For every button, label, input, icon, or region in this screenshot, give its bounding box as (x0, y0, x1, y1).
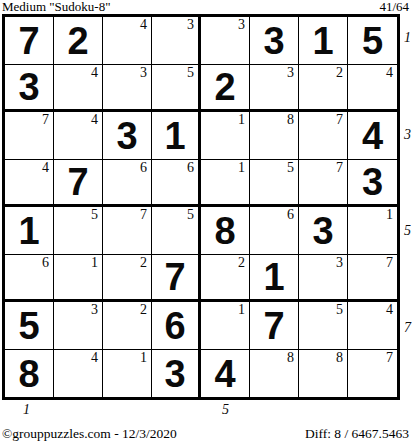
copyright-text: ©grouppuzzles.com - 12/3/2020 (2, 426, 177, 442)
cell-r2c2[interactable]: 4 (54, 65, 103, 113)
given-digit: 8 (201, 207, 249, 254)
pencil-mark: 4 (91, 350, 98, 366)
cell-r2c4[interactable]: 5 (152, 65, 201, 113)
cell-r7c2[interactable]: 3 (54, 302, 103, 350)
cell-r3c3[interactable]: 3 (103, 112, 152, 160)
cell-r3c6[interactable]: 8 (250, 112, 299, 160)
pencil-mark: 5 (91, 207, 98, 223)
cell-r4c3[interactable]: 6 (103, 160, 152, 208)
cell-r5c4[interactable]: 5 (152, 207, 201, 255)
col-label-1: 1 (23, 403, 30, 417)
pencil-mark: 4 (386, 302, 393, 318)
given-digit: 1 (5, 207, 53, 254)
cell-r4c5[interactable]: 1 (201, 160, 250, 208)
cell-r7c1[interactable]: 5 (5, 302, 54, 350)
pencil-mark: 1 (91, 255, 98, 271)
pencil-mark: 1 (386, 207, 393, 223)
cell-r1c3[interactable]: 4 (103, 17, 152, 65)
puzzle-title: Medium "Sudoku-8" (2, 0, 110, 15)
pencil-mark: 7 (140, 207, 147, 223)
given-digit: 3 (299, 207, 347, 254)
cell-r4c7[interactable]: 7 (299, 160, 348, 208)
cell-r2c5[interactable]: 2 (201, 65, 250, 113)
row-label-5: 5 (404, 224, 411, 238)
cell-r5c3[interactable]: 7 (103, 207, 152, 255)
pencil-mark: 7 (336, 112, 343, 128)
cell-r4c1[interactable]: 4 (5, 160, 54, 208)
cell-r8c8[interactable]: 7 (348, 350, 397, 398)
cell-r1c7[interactable]: 1 (299, 17, 348, 65)
pencil-mark: 3 (238, 17, 245, 33)
pencil-mark: 3 (287, 65, 294, 81)
cell-r8c1[interactable]: 8 (5, 350, 54, 398)
pencil-mark: 1 (238, 302, 245, 318)
pencil-mark: 7 (336, 160, 343, 176)
pencil-mark: 5 (187, 65, 194, 81)
pencil-mark: 4 (386, 65, 393, 81)
cell-r7c6[interactable]: 7 (250, 302, 299, 350)
pencil-mark: 2 (336, 65, 343, 81)
cell-r2c7[interactable]: 2 (299, 65, 348, 113)
cell-r8c7[interactable]: 8 (299, 350, 348, 398)
difficulty-text: Diff: 8 / 6467.5463 (305, 426, 409, 442)
cell-r6c6[interactable]: 1 (250, 255, 299, 303)
page: Medium "Sudoku-8" 41/64 7243331534352324… (0, 0, 412, 447)
pencil-mark: 1 (238, 160, 245, 176)
pencil-mark: 7 (386, 255, 393, 271)
cell-r1c8[interactable]: 5 (348, 17, 397, 65)
given-digit: 7 (152, 255, 198, 300)
cell-r1c5[interactable]: 3 (201, 17, 250, 65)
row-label-1: 1 (404, 31, 411, 45)
given-digit: 3 (348, 160, 397, 205)
pencil-mark: 5 (336, 302, 343, 318)
pencil-mark: 7 (42, 112, 49, 128)
cell-r5c8[interactable]: 1 (348, 207, 397, 255)
given-digit: 7 (54, 160, 102, 205)
given-digit: 1 (152, 112, 198, 159)
cell-r8c3[interactable]: 1 (103, 350, 152, 398)
cell-r1c2[interactable]: 2 (54, 17, 103, 65)
row-label-7: 7 (404, 321, 411, 335)
cell-r6c7[interactable]: 3 (299, 255, 348, 303)
pencil-mark: 7 (386, 350, 393, 366)
cell-r3c2[interactable]: 4 (54, 112, 103, 160)
cell-r6c2[interactable]: 1 (54, 255, 103, 303)
pencil-mark: 3 (91, 302, 98, 318)
cell-r2c1[interactable]: 3 (5, 65, 54, 113)
cell-r6c8[interactable]: 7 (348, 255, 397, 303)
cell-r8c5[interactable]: 4 (201, 350, 250, 398)
cell-r4c4[interactable]: 6 (152, 160, 201, 208)
given-digit: 1 (250, 255, 298, 300)
given-digit: 3 (250, 17, 298, 64)
given-digit: 2 (54, 17, 102, 64)
given-digit: 4 (348, 112, 397, 159)
cell-r2c3[interactable]: 3 (103, 65, 152, 113)
cell-r5c6[interactable]: 6 (250, 207, 299, 255)
cell-r5c7[interactable]: 3 (299, 207, 348, 255)
pencil-mark: 3 (336, 255, 343, 271)
pencil-mark: 4 (91, 112, 98, 128)
given-digit: 3 (103, 112, 151, 159)
given-digit: 7 (250, 302, 298, 349)
cell-r3c8[interactable]: 4 (348, 112, 397, 160)
puzzle-counter: 41/64 (379, 0, 409, 15)
cell-r7c4[interactable]: 6 (152, 302, 201, 350)
cell-r8c2[interactable]: 4 (54, 350, 103, 398)
cell-r1c1[interactable]: 7 (5, 17, 54, 65)
row-label-3: 3 (404, 128, 411, 142)
given-digit: 6 (152, 302, 198, 349)
given-digit: 4 (201, 350, 249, 398)
cell-r7c5[interactable]: 1 (201, 302, 250, 350)
cell-r8c6[interactable]: 8 (250, 350, 299, 398)
cell-r3c7[interactable]: 7 (299, 112, 348, 160)
pencil-mark: 8 (287, 112, 294, 128)
pencil-mark: 1 (238, 112, 245, 128)
cell-r6c1[interactable]: 6 (5, 255, 54, 303)
pencil-mark: 8 (287, 350, 294, 366)
pencil-mark: 5 (287, 160, 294, 176)
pencil-mark: 3 (187, 17, 194, 33)
pencil-mark: 6 (287, 207, 294, 223)
sudoku-grid: 7243331534352324743118744766157315758631… (2, 14, 400, 400)
pencil-mark: 2 (140, 255, 147, 271)
pencil-mark: 3 (140, 65, 147, 81)
pencil-mark: 4 (42, 160, 49, 176)
cell-r5c2[interactable]: 5 (54, 207, 103, 255)
cell-r8c4[interactable]: 3 (152, 350, 201, 398)
pencil-mark: 8 (336, 350, 343, 366)
cell-r7c3[interactable]: 2 (103, 302, 152, 350)
pencil-mark: 6 (187, 160, 194, 176)
cell-r5c5[interactable]: 8 (201, 207, 250, 255)
cell-r3c4[interactable]: 1 (152, 112, 201, 160)
given-digit: 3 (152, 350, 198, 398)
given-digit: 3 (5, 65, 53, 110)
cell-r3c1[interactable]: 7 (5, 112, 54, 160)
given-digit: 1 (299, 17, 347, 64)
given-digit: 7 (5, 17, 53, 64)
pencil-mark: 6 (140, 160, 147, 176)
pencil-mark: 5 (187, 207, 194, 223)
cell-r6c4[interactable]: 7 (152, 255, 201, 303)
cell-r6c5[interactable]: 2 (201, 255, 250, 303)
col-label-5: 5 (222, 403, 229, 417)
cell-r6c3[interactable]: 2 (103, 255, 152, 303)
given-digit: 8 (5, 350, 53, 398)
cell-r1c4[interactable]: 3 (152, 17, 201, 65)
pencil-mark: 4 (140, 17, 147, 33)
given-digit: 2 (201, 65, 249, 110)
pencil-mark: 6 (42, 255, 49, 271)
cell-r7c7[interactable]: 5 (299, 302, 348, 350)
cell-r3c5[interactable]: 1 (201, 112, 250, 160)
given-digit: 5 (5, 302, 53, 349)
cell-r2c8[interactable]: 4 (348, 65, 397, 113)
cell-r5c1[interactable]: 1 (5, 207, 54, 255)
cell-r4c8[interactable]: 3 (348, 160, 397, 208)
given-digit: 5 (348, 17, 397, 64)
cell-r7c8[interactable]: 4 (348, 302, 397, 350)
pencil-mark: 1 (140, 350, 147, 366)
cell-r2c6[interactable]: 3 (250, 65, 299, 113)
cell-r1c6[interactable]: 3 (250, 17, 299, 65)
pencil-mark: 2 (238, 255, 245, 271)
pencil-mark: 2 (140, 302, 147, 318)
cell-r4c2[interactable]: 7 (54, 160, 103, 208)
cell-r4c6[interactable]: 5 (250, 160, 299, 208)
pencil-mark: 4 (91, 65, 98, 81)
